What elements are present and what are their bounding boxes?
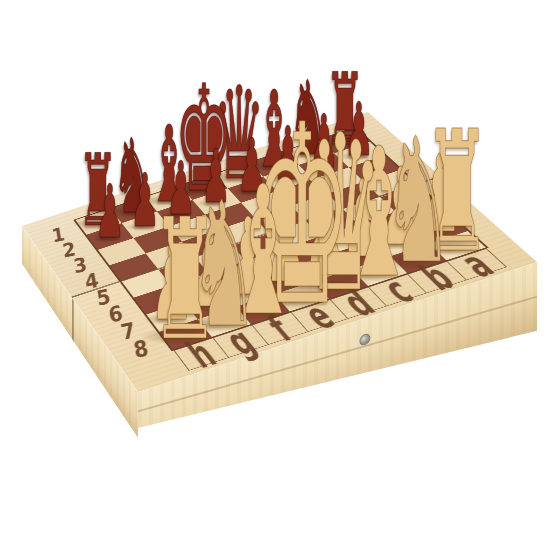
pieces-layer: ♜♞♝♛♚♝♞♜♟♟♟♟♟♟♟♟♟♟♟♟♟♟♟♟♜♞♝♛♚♝♞♜: [0, 0, 550, 550]
piece-light-rook-h8: ♜: [152, 197, 220, 364]
photo-stage: 12345678 hgfedcba ♜♞♝♛♚♝♞♜♟♟♟♟♟♟♟♟♟♟♟♟♟♟…: [0, 0, 550, 550]
piece-red-pawn-h2: ♟: [95, 176, 125, 250]
